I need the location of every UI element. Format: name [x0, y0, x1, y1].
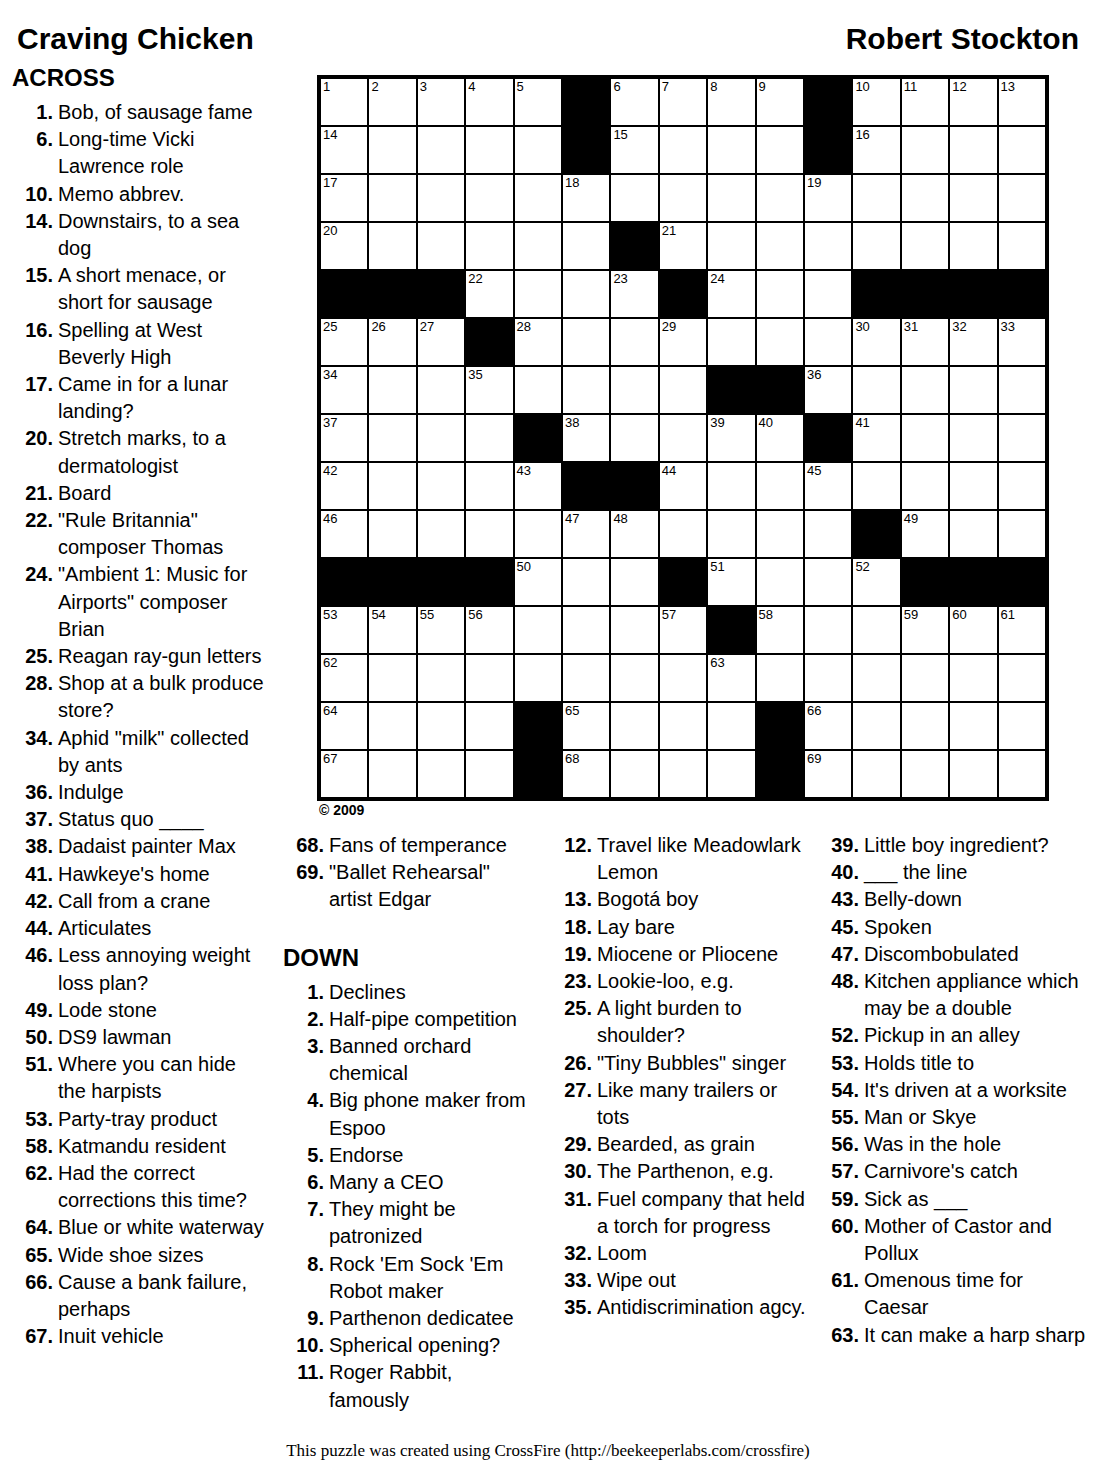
- clue-item: 15.A short menace, or short for sausage: [12, 262, 264, 316]
- white-cell[interactable]: [611, 751, 657, 797]
- clue-number: 28.: [12, 670, 58, 724]
- clue-item: 22."Rule Britannia" composer Thomas: [12, 507, 264, 561]
- white-cell[interactable]: [757, 271, 803, 317]
- white-cell[interactable]: [515, 223, 561, 269]
- cell-number: 10: [855, 79, 869, 94]
- white-cell[interactable]: [950, 175, 996, 221]
- white-cell[interactable]: 36: [805, 367, 851, 413]
- black-cell: [660, 559, 706, 605]
- white-cell[interactable]: 30: [853, 319, 899, 365]
- white-cell[interactable]: 55: [418, 607, 464, 653]
- white-cell[interactable]: 13: [999, 79, 1045, 125]
- white-cell[interactable]: 31: [902, 319, 948, 365]
- white-cell[interactable]: [902, 751, 948, 797]
- white-cell[interactable]: [757, 559, 803, 605]
- cell-number: 65: [565, 703, 579, 718]
- white-cell[interactable]: 48: [611, 511, 657, 557]
- white-cell[interactable]: [805, 223, 851, 269]
- clue-column-3: 12.Travel like Meadowlark Lemon13.Bogotá…: [551, 832, 807, 1322]
- white-cell[interactable]: [369, 175, 415, 221]
- black-cell: [563, 463, 609, 509]
- clue-number: 13.: [551, 886, 597, 913]
- black-cell: [418, 271, 464, 317]
- white-cell[interactable]: 11: [902, 79, 948, 125]
- cell-number: 16: [855, 127, 869, 142]
- clue-item: 28.Shop at a bulk produce store?: [12, 670, 264, 724]
- white-cell[interactable]: [902, 175, 948, 221]
- clue-text: "Ballet Rehearsal" artist Edgar: [329, 859, 535, 913]
- white-cell[interactable]: [853, 607, 899, 653]
- white-cell[interactable]: [999, 463, 1045, 509]
- cell-number: 49: [904, 511, 918, 526]
- white-cell[interactable]: 21: [660, 223, 706, 269]
- clue-text: Had the correct corrections this time?: [58, 1160, 264, 1214]
- white-cell[interactable]: 46: [321, 511, 367, 557]
- white-cell[interactable]: [805, 319, 851, 365]
- white-cell[interactable]: 5: [515, 79, 561, 125]
- white-cell[interactable]: [418, 175, 464, 221]
- clue-text: Came in for a lunar landing?: [58, 371, 264, 425]
- white-cell[interactable]: 69: [805, 751, 851, 797]
- white-cell[interactable]: [805, 655, 851, 701]
- white-cell[interactable]: [369, 463, 415, 509]
- white-cell[interactable]: [418, 223, 464, 269]
- white-cell[interactable]: [466, 703, 512, 749]
- clue-item: 24."Ambient 1: Music for Airports" compo…: [12, 561, 264, 643]
- white-cell[interactable]: [708, 223, 754, 269]
- cell-number: 22: [468, 271, 482, 286]
- clue-item: 1.Bob, of sausage fame: [12, 99, 264, 126]
- white-cell[interactable]: [660, 367, 706, 413]
- clue-text: Carnivore's catch: [864, 1158, 1090, 1185]
- white-cell[interactable]: [515, 127, 561, 173]
- clue-text: Hawkeye's home: [58, 861, 264, 888]
- cell-number: 40: [759, 415, 773, 430]
- clue-number: 60.: [818, 1213, 864, 1267]
- white-cell[interactable]: [418, 367, 464, 413]
- clue-number: 19.: [551, 941, 597, 968]
- clue-text: Bogotá boy: [597, 886, 807, 913]
- white-cell[interactable]: [660, 415, 706, 461]
- clue-item: 44.Articulates: [12, 915, 264, 942]
- white-cell[interactable]: 67: [321, 751, 367, 797]
- white-cell[interactable]: [757, 511, 803, 557]
- white-cell[interactable]: [515, 175, 561, 221]
- clue-item: 3.Banned orchard chemical: [283, 1033, 535, 1087]
- white-cell[interactable]: [418, 703, 464, 749]
- cell-number: 53: [323, 607, 337, 622]
- clue-number: 40.: [818, 859, 864, 886]
- clue-item: 38.Dadaist painter Max: [12, 833, 264, 860]
- white-cell[interactable]: 4: [466, 79, 512, 125]
- clue-number: 10.: [283, 1332, 329, 1359]
- white-cell[interactable]: 51: [708, 559, 754, 605]
- clue-number: 46.: [12, 942, 58, 996]
- white-cell[interactable]: 17: [321, 175, 367, 221]
- cell-number: 1: [323, 79, 330, 94]
- white-cell[interactable]: 57: [660, 607, 706, 653]
- white-cell[interactable]: [611, 175, 657, 221]
- white-cell[interactable]: [708, 175, 754, 221]
- white-cell[interactable]: 61: [999, 607, 1045, 653]
- white-cell[interactable]: [418, 751, 464, 797]
- white-cell[interactable]: 35: [466, 367, 512, 413]
- white-cell[interactable]: [466, 175, 512, 221]
- white-cell[interactable]: 18: [563, 175, 609, 221]
- white-cell[interactable]: [369, 415, 415, 461]
- white-cell[interactable]: [466, 751, 512, 797]
- white-cell[interactable]: [418, 127, 464, 173]
- white-cell[interactable]: [757, 127, 803, 173]
- clue-item: 49.Lode stone: [12, 997, 264, 1024]
- clue-number: 65.: [12, 1242, 58, 1269]
- white-cell[interactable]: 45: [805, 463, 851, 509]
- white-cell[interactable]: 32: [950, 319, 996, 365]
- author-name: Robert Stockton: [846, 22, 1079, 56]
- white-cell[interactable]: [950, 511, 996, 557]
- white-cell[interactable]: [902, 415, 948, 461]
- clue-item: 39.Little boy ingredient?: [818, 832, 1090, 859]
- cell-number: 34: [323, 367, 337, 382]
- cell-number: 63: [710, 655, 724, 670]
- white-cell[interactable]: [660, 175, 706, 221]
- white-cell[interactable]: [708, 463, 754, 509]
- white-cell[interactable]: [757, 223, 803, 269]
- clue-text: Spherical opening?: [329, 1332, 535, 1359]
- clue-item: 6.Many a CEO: [283, 1169, 535, 1196]
- white-cell[interactable]: [563, 607, 609, 653]
- white-cell[interactable]: [515, 367, 561, 413]
- white-cell[interactable]: 50: [515, 559, 561, 605]
- white-cell[interactable]: [950, 415, 996, 461]
- white-cell[interactable]: [950, 463, 996, 509]
- black-cell: [902, 559, 948, 605]
- white-cell[interactable]: [757, 463, 803, 509]
- white-cell[interactable]: 47: [563, 511, 609, 557]
- white-cell[interactable]: 41: [853, 415, 899, 461]
- white-cell[interactable]: [466, 511, 512, 557]
- white-cell[interactable]: 14: [321, 127, 367, 173]
- cell-number: 29: [662, 319, 676, 334]
- white-cell[interactable]: [466, 127, 512, 173]
- white-cell[interactable]: [853, 703, 899, 749]
- clue-number: 21.: [12, 480, 58, 507]
- clue-text: It's driven at a worksite: [864, 1077, 1090, 1104]
- white-cell[interactable]: [611, 319, 657, 365]
- white-cell[interactable]: 37: [321, 415, 367, 461]
- white-cell[interactable]: [369, 655, 415, 701]
- white-cell[interactable]: 27: [418, 319, 464, 365]
- white-cell[interactable]: [369, 367, 415, 413]
- white-cell[interactable]: 54: [369, 607, 415, 653]
- black-cell: [805, 415, 851, 461]
- white-cell[interactable]: [757, 319, 803, 365]
- clue-number: 17.: [12, 371, 58, 425]
- white-cell[interactable]: [660, 127, 706, 173]
- clue-text: Lode stone: [58, 997, 264, 1024]
- white-cell[interactable]: [902, 463, 948, 509]
- clue-text: Discombobulated: [864, 941, 1090, 968]
- white-cell[interactable]: [563, 655, 609, 701]
- white-cell[interactable]: 6: [611, 79, 657, 125]
- white-cell[interactable]: [708, 751, 754, 797]
- clue-text: Antidiscrimination agcy.: [597, 1294, 807, 1321]
- white-cell[interactable]: [950, 655, 996, 701]
- clue-item: 30.The Parthenon, e.g.: [551, 1158, 807, 1185]
- clue-text: Half-pipe competition: [329, 1006, 535, 1033]
- clue-item: 25.A light burden to shoulder?: [551, 995, 807, 1049]
- clue-item: 43.Belly-down: [818, 886, 1090, 913]
- white-cell[interactable]: [563, 319, 609, 365]
- clue-number: 32.: [551, 1240, 597, 1267]
- white-cell[interactable]: [563, 367, 609, 413]
- clue-number: 24.: [12, 561, 58, 643]
- white-cell[interactable]: 62: [321, 655, 367, 701]
- white-cell[interactable]: 3: [418, 79, 464, 125]
- black-cell: [466, 559, 512, 605]
- clue-text: Stretch marks, to a dermatologist: [58, 425, 264, 479]
- white-cell[interactable]: [999, 655, 1045, 701]
- white-cell[interactable]: [902, 367, 948, 413]
- white-cell[interactable]: [999, 511, 1045, 557]
- white-cell[interactable]: 23: [611, 271, 657, 317]
- white-cell[interactable]: 28: [515, 319, 561, 365]
- white-cell[interactable]: [902, 127, 948, 173]
- white-cell[interactable]: 42: [321, 463, 367, 509]
- white-cell[interactable]: 16: [853, 127, 899, 173]
- cell-number: 23: [613, 271, 627, 286]
- white-cell[interactable]: [805, 511, 851, 557]
- white-cell[interactable]: [611, 655, 657, 701]
- clue-number: 3.: [283, 1033, 329, 1087]
- clue-text: Fans of temperance: [329, 832, 535, 859]
- white-cell[interactable]: [611, 703, 657, 749]
- white-cell[interactable]: [418, 655, 464, 701]
- white-cell[interactable]: [418, 463, 464, 509]
- clue-item: 7.They might be patronized: [283, 1196, 535, 1250]
- white-cell[interactable]: [563, 271, 609, 317]
- white-cell[interactable]: [805, 559, 851, 605]
- white-cell[interactable]: [950, 367, 996, 413]
- clue-text: It can make a harp sharp: [864, 1322, 1090, 1349]
- cell-number: 41: [855, 415, 869, 430]
- white-cell[interactable]: [660, 703, 706, 749]
- white-cell[interactable]: [515, 607, 561, 653]
- white-cell[interactable]: [999, 367, 1045, 413]
- white-cell[interactable]: 65: [563, 703, 609, 749]
- white-cell[interactable]: 58: [757, 607, 803, 653]
- clue-number: 10.: [12, 181, 58, 208]
- white-cell[interactable]: [853, 175, 899, 221]
- cell-number: 21: [662, 223, 676, 238]
- white-cell[interactable]: [757, 655, 803, 701]
- clue-item: 32.Loom: [551, 1240, 807, 1267]
- white-cell[interactable]: [708, 319, 754, 365]
- white-cell[interactable]: 59: [902, 607, 948, 653]
- white-cell[interactable]: [708, 511, 754, 557]
- clue-text: Downstairs, to a sea dog: [58, 208, 264, 262]
- clue-number: 52.: [818, 1022, 864, 1049]
- white-cell[interactable]: 10: [853, 79, 899, 125]
- black-cell: [369, 271, 415, 317]
- clue-column-4: 39.Little boy ingredient?40.___ the line…: [818, 832, 1090, 1349]
- cell-number: 7: [662, 79, 669, 94]
- white-cell[interactable]: 44: [660, 463, 706, 509]
- clue-item: 53.Holds title to: [818, 1050, 1090, 1077]
- clue-item: 59.Sick as ___: [818, 1186, 1090, 1213]
- white-cell[interactable]: [515, 655, 561, 701]
- white-cell[interactable]: 43: [515, 463, 561, 509]
- clue-item: 69."Ballet Rehearsal" artist Edgar: [283, 859, 535, 913]
- white-cell[interactable]: 29: [660, 319, 706, 365]
- white-cell[interactable]: 34: [321, 367, 367, 413]
- clue-text: Less annoying weight loss plan?: [58, 942, 264, 996]
- white-cell[interactable]: [611, 559, 657, 605]
- white-cell[interactable]: [805, 607, 851, 653]
- white-cell[interactable]: [999, 223, 1045, 269]
- white-cell[interactable]: [950, 223, 996, 269]
- white-cell[interactable]: 26: [369, 319, 415, 365]
- clue-number: 6.: [283, 1169, 329, 1196]
- white-cell[interactable]: 19: [805, 175, 851, 221]
- white-cell[interactable]: [902, 223, 948, 269]
- white-cell[interactable]: [466, 655, 512, 701]
- white-cell[interactable]: [369, 751, 415, 797]
- clue-item: 56.Was in the hole: [818, 1131, 1090, 1158]
- white-cell[interactable]: [999, 415, 1045, 461]
- white-cell[interactable]: [999, 703, 1045, 749]
- white-cell[interactable]: [563, 559, 609, 605]
- white-cell[interactable]: 49: [902, 511, 948, 557]
- clue-text: Lookie-loo, e.g.: [597, 968, 807, 995]
- white-cell[interactable]: 7: [660, 79, 706, 125]
- white-cell[interactable]: 24: [708, 271, 754, 317]
- clue-number: 11.: [283, 1359, 329, 1413]
- white-cell[interactable]: [708, 703, 754, 749]
- white-cell[interactable]: [369, 703, 415, 749]
- clue-item: 46.Less annoying weight loss plan?: [12, 942, 264, 996]
- white-cell[interactable]: 9: [757, 79, 803, 125]
- clue-item: 2.Half-pipe competition: [283, 1006, 535, 1033]
- white-cell[interactable]: [853, 751, 899, 797]
- white-cell[interactable]: 38: [563, 415, 609, 461]
- white-cell[interactable]: [902, 655, 948, 701]
- white-cell[interactable]: [853, 223, 899, 269]
- white-cell[interactable]: [466, 463, 512, 509]
- white-cell[interactable]: [611, 367, 657, 413]
- white-cell[interactable]: 20: [321, 223, 367, 269]
- white-cell[interactable]: [466, 223, 512, 269]
- cell-number: 13: [1001, 79, 1015, 94]
- white-cell[interactable]: [805, 271, 851, 317]
- white-cell[interactable]: [369, 511, 415, 557]
- clue-text: A light burden to shoulder?: [597, 995, 807, 1049]
- white-cell[interactable]: 33: [999, 319, 1045, 365]
- white-cell[interactable]: 25: [321, 319, 367, 365]
- clue-number: 57.: [818, 1158, 864, 1185]
- clue-number: 59.: [818, 1186, 864, 1213]
- white-cell[interactable]: [902, 703, 948, 749]
- white-cell[interactable]: 64: [321, 703, 367, 749]
- cell-number: 61: [1001, 607, 1015, 622]
- cell-number: 58: [759, 607, 773, 622]
- clue-number: 1.: [283, 979, 329, 1006]
- white-cell[interactable]: [369, 127, 415, 173]
- white-cell[interactable]: [660, 751, 706, 797]
- clue-item: 19.Miocene or Pliocene: [551, 941, 807, 968]
- white-cell[interactable]: [418, 511, 464, 557]
- clue-item: 11.Roger Rabbit, famously: [283, 1359, 535, 1413]
- white-cell[interactable]: 15: [611, 127, 657, 173]
- clue-item: 17.Came in for a lunar landing?: [12, 371, 264, 425]
- black-cell: [369, 559, 415, 605]
- white-cell[interactable]: [950, 751, 996, 797]
- clue-text: Status quo ____: [58, 806, 264, 833]
- black-cell: [999, 559, 1045, 605]
- white-cell[interactable]: [515, 511, 561, 557]
- white-cell[interactable]: 66: [805, 703, 851, 749]
- clue-number: 54.: [818, 1077, 864, 1104]
- white-cell[interactable]: 12: [950, 79, 996, 125]
- white-cell[interactable]: [611, 607, 657, 653]
- cell-number: 37: [323, 415, 337, 430]
- white-cell[interactable]: [950, 703, 996, 749]
- white-cell[interactable]: 56: [466, 607, 512, 653]
- white-cell[interactable]: [563, 223, 609, 269]
- white-cell[interactable]: [466, 415, 512, 461]
- white-cell[interactable]: [515, 271, 561, 317]
- white-cell[interactable]: 39: [708, 415, 754, 461]
- white-cell[interactable]: [611, 415, 657, 461]
- white-cell[interactable]: [853, 367, 899, 413]
- white-cell[interactable]: [418, 415, 464, 461]
- clue-number: 5.: [283, 1142, 329, 1169]
- white-cell[interactable]: [369, 223, 415, 269]
- black-cell: [757, 703, 803, 749]
- cell-number: 59: [904, 607, 918, 622]
- white-cell[interactable]: 40: [757, 415, 803, 461]
- clue-item: 5.Endorse: [283, 1142, 535, 1169]
- white-cell[interactable]: 22: [466, 271, 512, 317]
- white-cell[interactable]: 68: [563, 751, 609, 797]
- white-cell[interactable]: 60: [950, 607, 996, 653]
- white-cell[interactable]: 63: [708, 655, 754, 701]
- clue-number: 44.: [12, 915, 58, 942]
- white-cell[interactable]: 8: [708, 79, 754, 125]
- white-cell[interactable]: [660, 655, 706, 701]
- clue-number: 18.: [551, 914, 597, 941]
- white-cell[interactable]: [853, 655, 899, 701]
- white-cell[interactable]: [757, 175, 803, 221]
- white-cell[interactable]: 52: [853, 559, 899, 605]
- white-cell[interactable]: [660, 511, 706, 557]
- clue-item: 21.Board: [12, 480, 264, 507]
- cell-number: 62: [323, 655, 337, 670]
- white-cell[interactable]: [853, 463, 899, 509]
- clue-number: 15.: [12, 262, 58, 316]
- white-cell[interactable]: [708, 127, 754, 173]
- cell-number: 42: [323, 463, 337, 478]
- white-cell[interactable]: 53: [321, 607, 367, 653]
- white-cell[interactable]: 1: [321, 79, 367, 125]
- white-cell[interactable]: [999, 127, 1045, 173]
- white-cell[interactable]: [950, 127, 996, 173]
- white-cell[interactable]: [999, 175, 1045, 221]
- clue-text: Rock 'Em Sock 'Em Robot maker: [329, 1251, 535, 1305]
- white-cell[interactable]: [999, 751, 1045, 797]
- clue-item: 60.Mother of Castor and Pollux: [818, 1213, 1090, 1267]
- white-cell[interactable]: 2: [369, 79, 415, 125]
